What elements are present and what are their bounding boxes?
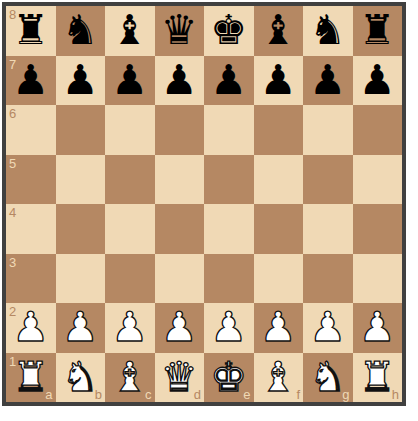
white-knight[interactable]: ♞ [62, 357, 99, 398]
square-b5[interactable] [56, 155, 106, 205]
white-pawn[interactable]: ♟ [12, 307, 49, 348]
file-label-f: f [296, 388, 300, 401]
square-g1[interactable]: g♞ [303, 353, 353, 403]
square-f4[interactable] [254, 204, 304, 254]
white-pawn[interactable]: ♟ [260, 307, 297, 348]
square-d1[interactable]: d♛ [155, 353, 205, 403]
square-c8[interactable]: ♝ [105, 6, 155, 56]
square-h2[interactable]: ♟ [353, 303, 403, 353]
black-pawn[interactable]: ♟ [309, 60, 346, 101]
white-pawn[interactable]: ♟ [210, 307, 247, 348]
square-d8[interactable]: ♛ [155, 6, 205, 56]
black-bishop[interactable]: ♝ [260, 10, 297, 51]
square-g5[interactable] [303, 155, 353, 205]
square-h4[interactable] [353, 204, 403, 254]
square-d3[interactable] [155, 254, 205, 304]
square-f1[interactable]: f♝ [254, 353, 304, 403]
black-pawn[interactable]: ♟ [62, 60, 99, 101]
square-g3[interactable] [303, 254, 353, 304]
square-h3[interactable] [353, 254, 403, 304]
black-rook[interactable]: ♜ [359, 10, 396, 51]
rank-label-5: 5 [9, 157, 16, 170]
black-knight[interactable]: ♞ [62, 10, 99, 51]
white-pawn[interactable]: ♟ [62, 307, 99, 348]
square-d4[interactable] [155, 204, 205, 254]
square-d6[interactable] [155, 105, 205, 155]
square-g6[interactable] [303, 105, 353, 155]
white-bishop[interactable]: ♝ [111, 357, 148, 398]
square-e4[interactable] [204, 204, 254, 254]
square-f6[interactable] [254, 105, 304, 155]
rank-label-3: 3 [9, 256, 16, 269]
square-e5[interactable] [204, 155, 254, 205]
square-a5[interactable]: 5 [6, 155, 56, 205]
black-pawn[interactable]: ♟ [359, 60, 396, 101]
square-b8[interactable]: ♞ [56, 6, 106, 56]
white-king[interactable]: ♚ [210, 357, 247, 398]
square-b7[interactable]: ♟ [56, 56, 106, 106]
rank-label-6: 6 [9, 107, 16, 120]
square-d5[interactable] [155, 155, 205, 205]
white-queen[interactable]: ♛ [161, 357, 198, 398]
white-rook[interactable]: ♜ [359, 357, 396, 398]
square-f8[interactable]: ♝ [254, 6, 304, 56]
square-h5[interactable] [353, 155, 403, 205]
square-e3[interactable] [204, 254, 254, 304]
square-a6[interactable]: 6 [6, 105, 56, 155]
square-h7[interactable]: ♟ [353, 56, 403, 106]
square-g2[interactable]: ♟ [303, 303, 353, 353]
square-c2[interactable]: ♟ [105, 303, 155, 353]
white-pawn[interactable]: ♟ [161, 307, 198, 348]
square-a7[interactable]: 7♟ [6, 56, 56, 106]
chess-board: 8♜♞♝♛♚♝♞♜7♟♟♟♟♟♟♟♟65432♟♟♟♟♟♟♟♟1a♜b♞c♝d♛… [2, 2, 406, 406]
white-pawn[interactable]: ♟ [309, 307, 346, 348]
square-d2[interactable]: ♟ [155, 303, 205, 353]
square-e2[interactable]: ♟ [204, 303, 254, 353]
square-d7[interactable]: ♟ [155, 56, 205, 106]
black-bishop[interactable]: ♝ [111, 10, 148, 51]
square-e1[interactable]: e♚ [204, 353, 254, 403]
black-king[interactable]: ♚ [210, 10, 247, 51]
white-pawn[interactable]: ♟ [359, 307, 396, 348]
square-c5[interactable] [105, 155, 155, 205]
black-pawn[interactable]: ♟ [210, 60, 247, 101]
square-f2[interactable]: ♟ [254, 303, 304, 353]
square-b2[interactable]: ♟ [56, 303, 106, 353]
white-rook[interactable]: ♜ [12, 357, 49, 398]
square-c6[interactable] [105, 105, 155, 155]
square-a2[interactable]: 2♟ [6, 303, 56, 353]
square-g7[interactable]: ♟ [303, 56, 353, 106]
square-f7[interactable]: ♟ [254, 56, 304, 106]
square-g8[interactable]: ♞ [303, 6, 353, 56]
square-e7[interactable]: ♟ [204, 56, 254, 106]
square-c7[interactable]: ♟ [105, 56, 155, 106]
square-c3[interactable] [105, 254, 155, 304]
square-a8[interactable]: 8♜ [6, 6, 56, 56]
square-a4[interactable]: 4 [6, 204, 56, 254]
square-b6[interactable] [56, 105, 106, 155]
square-f3[interactable] [254, 254, 304, 304]
black-queen[interactable]: ♛ [161, 10, 198, 51]
black-pawn[interactable]: ♟ [161, 60, 198, 101]
white-pawn[interactable]: ♟ [111, 307, 148, 348]
chess-board-wrapper: 8♜♞♝♛♚♝♞♜7♟♟♟♟♟♟♟♟65432♟♟♟♟♟♟♟♟1a♜b♞c♝d♛… [2, 2, 406, 406]
square-b3[interactable] [56, 254, 106, 304]
square-b1[interactable]: b♞ [56, 353, 106, 403]
square-a3[interactable]: 3 [6, 254, 56, 304]
black-pawn[interactable]: ♟ [12, 60, 49, 101]
square-f5[interactable] [254, 155, 304, 205]
rank-label-4: 4 [9, 206, 16, 219]
square-c4[interactable] [105, 204, 155, 254]
square-g4[interactable] [303, 204, 353, 254]
white-bishop[interactable]: ♝ [260, 357, 297, 398]
black-pawn[interactable]: ♟ [111, 60, 148, 101]
square-e8[interactable]: ♚ [204, 6, 254, 56]
white-knight[interactable]: ♞ [309, 357, 346, 398]
square-b4[interactable] [56, 204, 106, 254]
square-h8[interactable]: ♜ [353, 6, 403, 56]
black-knight[interactable]: ♞ [309, 10, 346, 51]
black-rook[interactable]: ♜ [12, 10, 49, 51]
square-h1[interactable]: h♜ [353, 353, 403, 403]
square-h6[interactable] [353, 105, 403, 155]
square-a1[interactable]: 1a♜ [6, 353, 56, 403]
square-c1[interactable]: c♝ [105, 353, 155, 403]
square-e6[interactable] [204, 105, 254, 155]
black-pawn[interactable]: ♟ [260, 60, 297, 101]
